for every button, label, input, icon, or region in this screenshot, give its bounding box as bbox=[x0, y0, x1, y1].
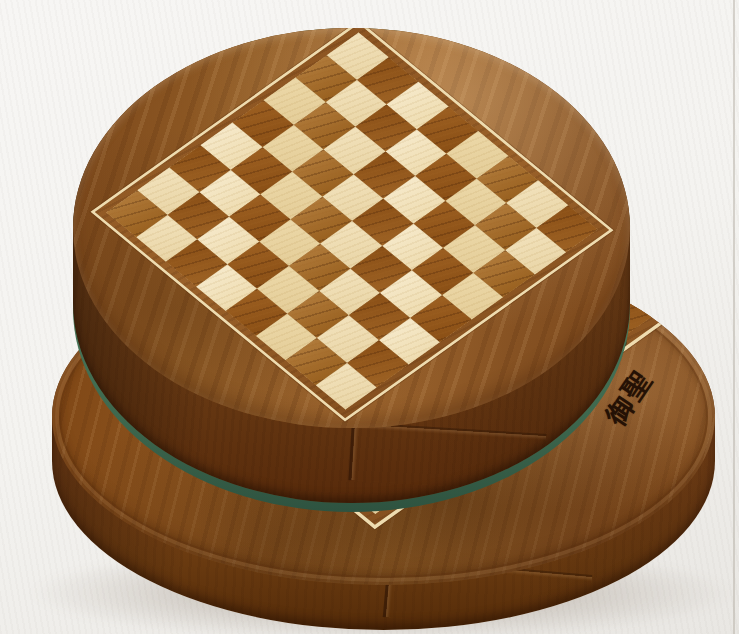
upper-chessboard-grid bbox=[106, 32, 598, 409]
product-photo-stage: 御聖 ® bbox=[0, 0, 739, 634]
backdrop-seam bbox=[733, 0, 735, 634]
upper-chessboard bbox=[91, 28, 614, 422]
upper-box-top bbox=[73, 28, 630, 428]
